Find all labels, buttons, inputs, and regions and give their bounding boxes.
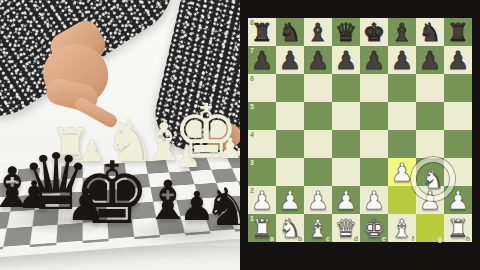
piece-black-pawn[interactable]: ♟ bbox=[251, 48, 273, 73]
square-a3[interactable]: 3 bbox=[248, 158, 276, 186]
square-f1[interactable]: f♝ bbox=[388, 214, 416, 242]
piece-black-rook[interactable]: ♜ bbox=[251, 20, 273, 45]
piece-black-queen[interactable]: ♛ bbox=[335, 20, 357, 45]
square-d4[interactable] bbox=[332, 130, 360, 158]
file-label-e: e bbox=[382, 235, 386, 242]
square-d1[interactable]: d♛ bbox=[332, 214, 360, 242]
square-b8[interactable]: ♞ bbox=[276, 18, 304, 46]
piece-white-pawn[interactable]: ♟ bbox=[251, 188, 273, 213]
photo-black-king: ♚ bbox=[73, 150, 150, 236]
square-b1[interactable]: b♞ bbox=[276, 214, 304, 242]
square-e7[interactable]: ♟ bbox=[360, 46, 388, 74]
piece-white-knight[interactable]: ♞ bbox=[279, 216, 301, 241]
square-b4[interactable] bbox=[276, 130, 304, 158]
piece-black-knight[interactable]: ♞ bbox=[419, 20, 441, 45]
piece-black-pawn[interactable]: ♟ bbox=[447, 48, 469, 73]
piece-black-king[interactable]: ♚ bbox=[363, 20, 385, 45]
square-g8[interactable]: ♞ bbox=[416, 18, 444, 46]
square-f2[interactable] bbox=[388, 186, 416, 214]
piece-white-pawn[interactable]: ♟ bbox=[447, 188, 469, 213]
piece-white-queen[interactable]: ♛ bbox=[335, 216, 357, 241]
square-a4[interactable]: 4 bbox=[248, 130, 276, 158]
piece-black-pawn[interactable]: ♟ bbox=[391, 48, 413, 73]
rank-label-5: 5 bbox=[250, 103, 254, 110]
square-h6[interactable] bbox=[444, 74, 472, 102]
piece-black-rook[interactable]: ♜ bbox=[447, 20, 469, 45]
square-c2[interactable]: ♟ bbox=[304, 186, 332, 214]
square-a7[interactable]: 7♟ bbox=[248, 46, 276, 74]
file-label-c: c bbox=[326, 235, 330, 242]
rank-label-4: 4 bbox=[250, 131, 254, 138]
square-h3[interactable] bbox=[444, 158, 472, 186]
square-f8[interactable]: ♝ bbox=[388, 18, 416, 46]
square-c7[interactable]: ♟ bbox=[304, 46, 332, 74]
piece-white-pawn[interactable]: ♟ bbox=[335, 188, 357, 213]
square-c1[interactable]: c♝ bbox=[304, 214, 332, 242]
file-label-b: b bbox=[298, 235, 302, 242]
square-g3[interactable]: ♞ bbox=[416, 158, 444, 186]
square-e6[interactable] bbox=[360, 74, 388, 102]
square-c5[interactable] bbox=[304, 102, 332, 130]
square-d8[interactable]: ♛ bbox=[332, 18, 360, 46]
square-e2[interactable]: ♟ bbox=[360, 186, 388, 214]
square-b6[interactable] bbox=[276, 74, 304, 102]
rank-label-6: 6 bbox=[250, 75, 254, 82]
screen: ♜♟♞♝♟♚♟♝♟♛♟♚♝♟♞ 8♜♞♝♛♚♝♞♜7♟♟♟♟♟♟♟♟6543♟♞… bbox=[0, 0, 480, 270]
rank-label-7: 7 bbox=[250, 47, 254, 54]
piece-white-pawn[interactable]: ♟ bbox=[391, 160, 413, 185]
square-g2[interactable]: ♟ bbox=[416, 186, 444, 214]
square-e5[interactable] bbox=[360, 102, 388, 130]
piece-white-bishop[interactable]: ♝ bbox=[307, 216, 329, 241]
square-f4[interactable] bbox=[388, 130, 416, 158]
piece-white-rook[interactable]: ♜ bbox=[251, 216, 273, 241]
square-f6[interactable] bbox=[388, 74, 416, 102]
square-h4[interactable] bbox=[444, 130, 472, 158]
square-b2[interactable]: ♟ bbox=[276, 186, 304, 214]
square-c8[interactable]: ♝ bbox=[304, 18, 332, 46]
square-h8[interactable]: ♜ bbox=[444, 18, 472, 46]
square-d2[interactable]: ♟ bbox=[332, 186, 360, 214]
square-d5[interactable] bbox=[332, 102, 360, 130]
square-a1[interactable]: 1a♜ bbox=[248, 214, 276, 242]
square-d6[interactable] bbox=[332, 74, 360, 102]
square-b5[interactable] bbox=[276, 102, 304, 130]
square-a2[interactable]: 2♟ bbox=[248, 186, 276, 214]
square-d7[interactable]: ♟ bbox=[332, 46, 360, 74]
square-g5[interactable] bbox=[416, 102, 444, 130]
square-e8[interactable]: ♚ bbox=[360, 18, 388, 46]
file-label-d: d bbox=[354, 235, 358, 242]
square-d3[interactable] bbox=[332, 158, 360, 186]
square-e1[interactable]: e♚ bbox=[360, 214, 388, 242]
piece-black-knight[interactable]: ♞ bbox=[279, 20, 301, 45]
piece-black-pawn[interactable]: ♟ bbox=[279, 48, 301, 73]
square-f5[interactable] bbox=[388, 102, 416, 130]
file-label-h: h bbox=[466, 235, 470, 242]
piece-black-pawn[interactable]: ♟ bbox=[363, 48, 385, 73]
square-a5[interactable]: 5 bbox=[248, 102, 276, 130]
square-a6[interactable]: 6 bbox=[248, 74, 276, 102]
piece-white-pawn[interactable]: ♟ bbox=[307, 188, 329, 213]
square-h7[interactable]: ♟ bbox=[444, 46, 472, 74]
square-h1[interactable]: h♜ bbox=[444, 214, 472, 242]
piece-black-bishop[interactable]: ♝ bbox=[391, 20, 413, 45]
piece-white-king[interactable]: ♚ bbox=[363, 216, 385, 241]
square-e3[interactable] bbox=[360, 158, 388, 186]
square-c4[interactable] bbox=[304, 130, 332, 158]
photo-white-pawn-right: ♟ bbox=[217, 135, 240, 163]
photo-black-knight: ♞ bbox=[204, 181, 240, 233]
square-f7[interactable]: ♟ bbox=[388, 46, 416, 74]
rank-label-1: 1 bbox=[250, 215, 254, 222]
file-label-f: f bbox=[412, 235, 414, 242]
piece-white-pawn[interactable]: ♟ bbox=[279, 188, 301, 213]
file-label-a: a bbox=[270, 235, 274, 242]
square-b3[interactable] bbox=[276, 158, 304, 186]
square-h5[interactable] bbox=[444, 102, 472, 130]
square-f3[interactable]: ♟ bbox=[388, 158, 416, 186]
square-h2[interactable]: ♟ bbox=[444, 186, 472, 214]
file-label-g: g bbox=[438, 235, 442, 242]
square-c6[interactable] bbox=[304, 74, 332, 102]
rank-label-3: 3 bbox=[250, 159, 254, 166]
piece-black-bishop[interactable]: ♝ bbox=[307, 20, 329, 45]
square-b7[interactable]: ♟ bbox=[276, 46, 304, 74]
square-e4[interactable] bbox=[360, 130, 388, 158]
piece-black-pawn[interactable]: ♟ bbox=[335, 48, 357, 73]
rank-label-2: 2 bbox=[250, 187, 254, 194]
chess-app-pane: 8♜♞♝♛♚♝♞♜7♟♟♟♟♟♟♟♟6543♟♞2♟♟♟♟♟♟♟1a♜b♞c♝d… bbox=[240, 0, 480, 270]
square-g6[interactable] bbox=[416, 74, 444, 102]
chess-board[interactable]: 8♜♞♝♛♚♝♞♜7♟♟♟♟♟♟♟♟6543♟♞2♟♟♟♟♟♟♟1a♜b♞c♝d… bbox=[248, 18, 472, 242]
piece-black-pawn[interactable]: ♟ bbox=[307, 48, 329, 73]
square-g4[interactable] bbox=[416, 130, 444, 158]
square-g1[interactable]: g bbox=[416, 214, 444, 242]
tutorial-photo: ♜♟♞♝♟♚♟♝♟♛♟♚♝♟♞ bbox=[0, 0, 240, 270]
piece-black-pawn[interactable]: ♟ bbox=[419, 48, 441, 73]
square-c3[interactable] bbox=[304, 158, 332, 186]
square-g7[interactable]: ♟ bbox=[416, 46, 444, 74]
piece-white-rook[interactable]: ♜ bbox=[447, 216, 469, 241]
square-a8[interactable]: 8♜ bbox=[248, 18, 276, 46]
rank-label-8: 8 bbox=[250, 19, 254, 26]
piece-white-pawn[interactable]: ♟ bbox=[363, 188, 385, 213]
piece-white-pawn[interactable]: ♟ bbox=[419, 188, 441, 213]
piece-white-bishop[interactable]: ♝ bbox=[391, 216, 413, 241]
